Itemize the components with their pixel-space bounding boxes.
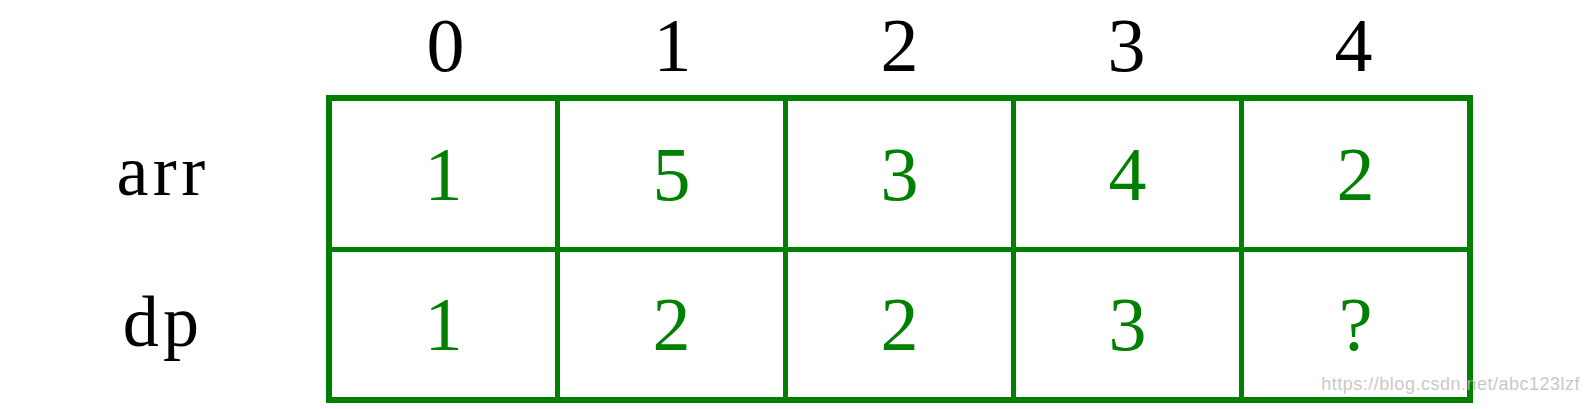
array-grid: 1 5 3 4 2 1 2 2 3 ? (326, 95, 1473, 403)
cell-dp-1: 2 (560, 252, 783, 398)
cell-arr-0: 1 (332, 101, 555, 247)
column-index-4: 4 (1240, 2, 1467, 88)
column-index-header-row: 0 1 2 3 4 (326, 2, 1473, 88)
column-index-0: 0 (332, 2, 559, 88)
column-index-1: 1 (559, 2, 786, 88)
row-label-dp: dp (0, 247, 326, 397)
cell-dp-3: 3 (1016, 252, 1239, 398)
row-label-arr: arr (0, 95, 326, 247)
cell-dp-2: 2 (788, 252, 1011, 398)
dp-array-diagram: 0 1 2 3 4 arr dp 1 5 3 4 2 1 2 2 3 ? htt… (0, 0, 1588, 409)
cell-dp-0: 1 (332, 252, 555, 398)
cell-arr-3: 4 (1016, 101, 1239, 247)
cell-arr-1: 5 (560, 101, 783, 247)
cell-arr-4: 2 (1244, 101, 1467, 247)
column-index-2: 2 (786, 2, 1013, 88)
cell-arr-2: 3 (788, 101, 1011, 247)
column-index-3: 3 (1013, 2, 1240, 88)
csdn-watermark: https://blog.csdn.net/abc123lzf (1321, 374, 1580, 395)
